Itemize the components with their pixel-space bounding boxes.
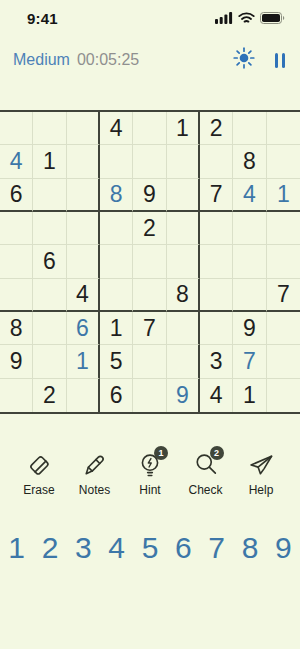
battery-icon: [260, 12, 285, 24]
cell-r7c5[interactable]: 7: [133, 312, 166, 345]
status-icons: [215, 12, 285, 24]
numpad-1[interactable]: 1: [0, 526, 33, 570]
cell-r4c1[interactable]: [0, 212, 33, 245]
numpad-2[interactable]: 2: [33, 526, 66, 570]
cell-r3c6[interactable]: [167, 179, 200, 212]
cell-r5c7[interactable]: [200, 245, 233, 278]
cell-r9c9[interactable]: [267, 379, 300, 412]
check-button[interactable]: 2 Check: [180, 449, 232, 497]
cell-r2c1[interactable]: 4: [0, 145, 33, 178]
cell-r3c9[interactable]: 1: [267, 179, 300, 212]
brightness-button[interactable]: [233, 47, 255, 73]
numpad-7[interactable]: 7: [200, 526, 233, 570]
cell-r5c5[interactable]: [133, 245, 166, 278]
cell-r3c7[interactable]: 7: [200, 179, 233, 212]
cell-r9c1[interactable]: [0, 379, 33, 412]
cell-r8c8[interactable]: 7: [233, 345, 266, 378]
cell-r5c4[interactable]: [100, 245, 133, 278]
cell-r6c7[interactable]: [200, 279, 233, 312]
cell-r7c9[interactable]: [267, 312, 300, 345]
cell-r2c2[interactable]: 1: [33, 145, 66, 178]
cell-r3c2[interactable]: [33, 179, 66, 212]
numpad-5[interactable]: 5: [133, 526, 166, 570]
cell-r6c2[interactable]: [33, 279, 66, 312]
cell-r6c8[interactable]: [233, 279, 266, 312]
numpad-3[interactable]: 3: [67, 526, 100, 570]
cell-r1c6[interactable]: 1: [167, 112, 200, 145]
cell-r1c5[interactable]: [133, 112, 166, 145]
cell-r2c8[interactable]: 8: [233, 145, 266, 178]
cell-r4c2[interactable]: [33, 212, 66, 245]
cell-r7c7[interactable]: [200, 312, 233, 345]
cell-r7c6[interactable]: [167, 312, 200, 345]
cell-r1c4[interactable]: 4: [100, 112, 133, 145]
cell-r9c2[interactable]: 2: [33, 379, 66, 412]
sudoku-grid: 41241868974126487861799153726941: [0, 110, 300, 414]
game-header: Medium 00:05:25: [0, 44, 300, 76]
cell-r9c4[interactable]: 6: [100, 379, 133, 412]
cell-r4c6[interactable]: [167, 212, 200, 245]
cell-r1c8[interactable]: [233, 112, 266, 145]
cell-r2c3[interactable]: [67, 145, 100, 178]
cell-r8c2[interactable]: [33, 345, 66, 378]
cell-r3c8[interactable]: 4: [233, 179, 266, 212]
cell-r8c4[interactable]: 5: [100, 345, 133, 378]
cell-r4c5[interactable]: 2: [133, 212, 166, 245]
cell-r1c7[interactable]: 2: [200, 112, 233, 145]
cell-r4c7[interactable]: [200, 212, 233, 245]
cell-r8c6[interactable]: [167, 345, 200, 378]
cell-r1c9[interactable]: [267, 112, 300, 145]
cell-r5c8[interactable]: [233, 245, 266, 278]
cell-r6c5[interactable]: [133, 279, 166, 312]
wifi-icon: [238, 12, 255, 24]
check-badge: 2: [210, 446, 224, 460]
brightness-icon: [233, 47, 255, 69]
cell-r1c3[interactable]: [67, 112, 100, 145]
cell-r9c6[interactable]: 9: [167, 379, 200, 412]
cell-r5c9[interactable]: [267, 245, 300, 278]
cell-r2c7[interactable]: [200, 145, 233, 178]
numpad-4[interactable]: 4: [100, 526, 133, 570]
erase-label: Erase: [23, 483, 54, 497]
cell-r1c1[interactable]: [0, 112, 33, 145]
erase-button[interactable]: Erase: [13, 449, 65, 497]
cell-r9c8[interactable]: 1: [233, 379, 266, 412]
cell-r7c1[interactable]: 8: [0, 312, 33, 345]
cell-r5c1[interactable]: [0, 245, 33, 278]
hint-label: Hint: [139, 483, 160, 497]
toolbar: Erase Notes 1: [0, 449, 300, 497]
cell-r2c9[interactable]: [267, 145, 300, 178]
cell-r1c2[interactable]: [33, 112, 66, 145]
cell-r9c7[interactable]: 4: [200, 379, 233, 412]
pause-button[interactable]: [273, 51, 287, 70]
cell-r4c8[interactable]: [233, 212, 266, 245]
number-pad: 1 2 3 4 5 6 7 8 9: [0, 526, 300, 570]
lightbulb-bolt-icon: 1: [134, 449, 166, 479]
cell-r6c4[interactable]: [100, 279, 133, 312]
difficulty-label[interactable]: Medium: [13, 51, 70, 69]
eraser-icon: [23, 449, 55, 479]
cell-r5c2[interactable]: 6: [33, 245, 66, 278]
magnifier-icon: 2: [190, 449, 222, 479]
cell-r7c3[interactable]: 6: [67, 312, 100, 345]
cell-r6c6[interactable]: 8: [167, 279, 200, 312]
cell-r5c3[interactable]: [67, 245, 100, 278]
cell-r2c4[interactable]: [100, 145, 133, 178]
cell-r8c7[interactable]: 3: [200, 345, 233, 378]
notes-button[interactable]: Notes: [69, 449, 121, 497]
notes-label: Notes: [79, 483, 110, 497]
pencil-icon: [79, 449, 111, 479]
numpad-8[interactable]: 8: [233, 526, 266, 570]
cell-r7c4[interactable]: 1: [100, 312, 133, 345]
cell-r3c3[interactable]: [67, 179, 100, 212]
cell-r8c3[interactable]: 1: [67, 345, 100, 378]
numpad-9[interactable]: 9: [267, 526, 300, 570]
timer-value: 00:05:25: [77, 51, 139, 69]
cell-r6c1[interactable]: [0, 279, 33, 312]
cell-r9c3[interactable]: [67, 379, 100, 412]
cell-r4c4[interactable]: [100, 212, 133, 245]
cell-r5c6[interactable]: [167, 245, 200, 278]
cell-r3c5[interactable]: 9: [133, 179, 166, 212]
cell-r7c2[interactable]: [33, 312, 66, 345]
cell-r4c3[interactable]: [67, 212, 100, 245]
status-bar: 9:41: [0, 0, 300, 32]
cellular-signal-icon: [215, 12, 233, 24]
cell-r2c6[interactable]: [167, 145, 200, 178]
cell-r6c3[interactable]: 4: [67, 279, 100, 312]
cell-r8c1[interactable]: 9: [0, 345, 33, 378]
cell-r3c4[interactable]: 8: [100, 179, 133, 212]
pause-icon: [275, 53, 278, 68]
cell-r3c1[interactable]: 6: [0, 179, 33, 212]
cell-r8c5[interactable]: [133, 345, 166, 378]
cell-r9c5[interactable]: [133, 379, 166, 412]
paper-plane-icon: [245, 449, 277, 479]
hint-button[interactable]: 1 Hint: [124, 449, 176, 497]
cell-r6c9[interactable]: 7: [267, 279, 300, 312]
numpad-6[interactable]: 6: [167, 526, 200, 570]
cell-r7c8[interactable]: 9: [233, 312, 266, 345]
clock-time: 9:41: [27, 10, 58, 27]
help-label: Help: [249, 483, 274, 497]
help-button[interactable]: Help: [235, 449, 287, 497]
cell-r2c5[interactable]: [133, 145, 166, 178]
cell-r8c9[interactable]: [267, 345, 300, 378]
cell-r4c9[interactable]: [267, 212, 300, 245]
hint-badge: 1: [154, 446, 168, 460]
check-label: Check: [188, 483, 222, 497]
